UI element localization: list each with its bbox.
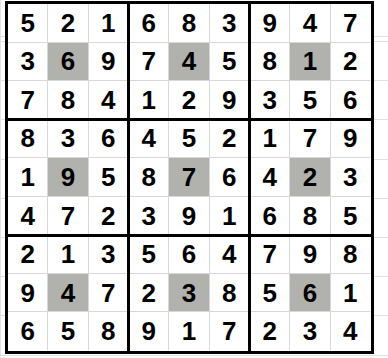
cell-r4c7[interactable]: 1: [250, 120, 290, 159]
cell-r1c8[interactable]: 4: [290, 4, 330, 43]
cell-r2c1[interactable]: 3: [8, 43, 48, 82]
cell-r4c9[interactable]: 9: [331, 120, 371, 159]
cell-r9c3[interactable]: 8: [89, 312, 129, 351]
cell-r9c9[interactable]: 4: [331, 312, 371, 351]
cell-r6c5[interactable]: 9: [169, 197, 209, 236]
cell-r8c6[interactable]: 8: [210, 274, 250, 313]
cell-r3c1[interactable]: 7: [8, 81, 48, 120]
cell-r8c4[interactable]: 2: [129, 274, 169, 313]
cell-r6c3[interactable]: 2: [89, 197, 129, 236]
cell-r7c4[interactable]: 5: [129, 235, 169, 274]
cell-r8c8[interactable]: 6: [290, 274, 330, 313]
cell-r9c7[interactable]: 2: [250, 312, 290, 351]
cell-r6c2[interactable]: 7: [48, 197, 88, 236]
cell-r7c8[interactable]: 9: [290, 235, 330, 274]
cell-r4c6[interactable]: 2: [210, 120, 250, 159]
cell-r7c7[interactable]: 7: [250, 235, 290, 274]
cell-r7c9[interactable]: 8: [331, 235, 371, 274]
cell-r5c4[interactable]: 8: [129, 158, 169, 197]
cell-r5c1[interactable]: 1: [8, 158, 48, 197]
cell-r6c6[interactable]: 1: [210, 197, 250, 236]
box-divider-vertical-1: [127, 4, 130, 351]
cell-r5c7[interactable]: 4: [250, 158, 290, 197]
cell-r9c4[interactable]: 9: [129, 312, 169, 351]
cell-r6c9[interactable]: 5: [331, 197, 371, 236]
cell-r1c7[interactable]: 9: [250, 4, 290, 43]
cell-r3c9[interactable]: 6: [331, 81, 371, 120]
cell-r1c5[interactable]: 8: [169, 4, 209, 43]
cell-r3c2[interactable]: 8: [48, 81, 88, 120]
cell-r8c2[interactable]: 4: [48, 274, 88, 313]
cell-r3c8[interactable]: 5: [290, 81, 330, 120]
cell-r3c4[interactable]: 1: [129, 81, 169, 120]
cell-r4c5[interactable]: 5: [169, 120, 209, 159]
cell-r4c1[interactable]: 8: [8, 120, 48, 159]
box-divider-vertical-2: [248, 4, 251, 351]
cell-r4c8[interactable]: 7: [290, 120, 330, 159]
cell-r2c9[interactable]: 2: [331, 43, 371, 82]
cell-r5c5[interactable]: 7: [169, 158, 209, 197]
cell-r7c6[interactable]: 4: [210, 235, 250, 274]
box-divider-horizontal-1: [8, 118, 371, 121]
cell-r8c1[interactable]: 9: [8, 274, 48, 313]
cell-r9c2[interactable]: 5: [48, 312, 88, 351]
cell-r5c9[interactable]: 3: [331, 158, 371, 197]
cell-r3c6[interactable]: 9: [210, 81, 250, 120]
cell-r6c4[interactable]: 3: [129, 197, 169, 236]
cell-r5c6[interactable]: 6: [210, 158, 250, 197]
cell-r4c4[interactable]: 4: [129, 120, 169, 159]
cell-r8c3[interactable]: 7: [89, 274, 129, 313]
cell-r9c8[interactable]: 3: [290, 312, 330, 351]
cell-r5c2[interactable]: 9: [48, 158, 88, 197]
cell-r1c4[interactable]: 6: [129, 4, 169, 43]
cell-r5c8[interactable]: 2: [290, 158, 330, 197]
cell-r2c7[interactable]: 8: [250, 43, 290, 82]
cell-r8c9[interactable]: 1: [331, 274, 371, 313]
cell-r7c3[interactable]: 3: [89, 235, 129, 274]
cell-r7c5[interactable]: 6: [169, 235, 209, 274]
cell-r9c6[interactable]: 7: [210, 312, 250, 351]
box-divider-horizontal-2: [8, 234, 371, 237]
cell-r2c2[interactable]: 6: [48, 43, 88, 82]
cell-r4c2[interactable]: 3: [48, 120, 88, 159]
cell-r1c1[interactable]: 5: [8, 4, 48, 43]
cell-r2c3[interactable]: 9: [89, 43, 129, 82]
cell-r3c3[interactable]: 4: [89, 81, 129, 120]
cell-r7c1[interactable]: 2: [8, 235, 48, 274]
cell-r6c8[interactable]: 8: [290, 197, 330, 236]
cell-r3c5[interactable]: 2: [169, 81, 209, 120]
cell-r7c2[interactable]: 1: [48, 235, 88, 274]
cell-r1c3[interactable]: 1: [89, 4, 129, 43]
cell-r2c4[interactable]: 7: [129, 43, 169, 82]
cell-r1c9[interactable]: 7: [331, 4, 371, 43]
sudoku-board: 5216839473697458127841293568364521791958…: [5, 1, 374, 354]
cell-r6c1[interactable]: 4: [8, 197, 48, 236]
cell-r2c5[interactable]: 4: [169, 43, 209, 82]
cell-r8c7[interactable]: 5: [250, 274, 290, 313]
cell-r5c3[interactable]: 5: [89, 158, 129, 197]
cell-r8c5[interactable]: 3: [169, 274, 209, 313]
cell-r1c2[interactable]: 2: [48, 4, 88, 43]
cell-r2c8[interactable]: 1: [290, 43, 330, 82]
cell-r6c7[interactable]: 6: [250, 197, 290, 236]
cell-r3c7[interactable]: 3: [250, 81, 290, 120]
cell-r1c6[interactable]: 3: [210, 4, 250, 43]
cell-r9c1[interactable]: 6: [8, 312, 48, 351]
cell-r9c5[interactable]: 1: [169, 312, 209, 351]
cell-r2c6[interactable]: 5: [210, 43, 250, 82]
cell-r4c3[interactable]: 6: [89, 120, 129, 159]
